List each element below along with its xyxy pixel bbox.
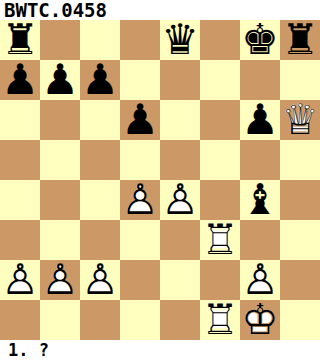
piece-outline: ♙ — [240, 260, 280, 300]
square-c1[interactable] — [80, 300, 120, 340]
square-b5[interactable] — [40, 140, 80, 180]
square-c2[interactable]: ♟♙ — [80, 260, 120, 300]
black-rook-piece: ♜ — [280, 20, 320, 60]
square-e8[interactable]: ♛ — [160, 20, 200, 60]
square-h3[interactable] — [280, 220, 320, 260]
square-a1[interactable] — [0, 300, 40, 340]
square-c7[interactable]: ♟ — [80, 60, 120, 100]
square-h1[interactable] — [280, 300, 320, 340]
white-pawn-piece: ♟♙ — [160, 180, 200, 220]
square-c8[interactable] — [80, 20, 120, 60]
white-king-piece: ♚♔ — [240, 300, 280, 340]
square-h2[interactable] — [280, 260, 320, 300]
square-b6[interactable] — [40, 100, 80, 140]
square-b8[interactable] — [40, 20, 80, 60]
square-c3[interactable] — [80, 220, 120, 260]
square-d2[interactable] — [120, 260, 160, 300]
square-d8[interactable] — [120, 20, 160, 60]
square-b2[interactable]: ♟♙ — [40, 260, 80, 300]
square-d7[interactable] — [120, 60, 160, 100]
white-pawn-piece: ♟♙ — [80, 260, 120, 300]
black-pawn-piece: ♟ — [0, 60, 40, 100]
square-d3[interactable] — [120, 220, 160, 260]
piece-outline: ♕ — [280, 100, 320, 140]
square-g3[interactable] — [240, 220, 280, 260]
white-rook-piece: ♜♖ — [200, 300, 240, 340]
square-f6[interactable] — [200, 100, 240, 140]
piece-outline: ♙ — [0, 260, 40, 300]
white-pawn-piece: ♟♙ — [240, 260, 280, 300]
white-queen-piece: ♛♕ — [280, 100, 320, 140]
square-f3[interactable]: ♜♖ — [200, 220, 240, 260]
square-a8[interactable]: ♜ — [0, 20, 40, 60]
square-a7[interactable]: ♟ — [0, 60, 40, 100]
square-a5[interactable] — [0, 140, 40, 180]
square-g5[interactable] — [240, 140, 280, 180]
square-b3[interactable] — [40, 220, 80, 260]
square-g6[interactable]: ♟ — [240, 100, 280, 140]
square-a6[interactable] — [0, 100, 40, 140]
square-g7[interactable] — [240, 60, 280, 100]
black-pawn-piece: ♟ — [120, 100, 160, 140]
square-g1[interactable]: ♚♔ — [240, 300, 280, 340]
square-d4[interactable]: ♟♙ — [120, 180, 160, 220]
white-rook-piece: ♜♖ — [200, 220, 240, 260]
piece-outline: ♙ — [120, 180, 160, 220]
square-f2[interactable] — [200, 260, 240, 300]
square-h5[interactable] — [280, 140, 320, 180]
piece-outline: ♙ — [160, 180, 200, 220]
square-b7[interactable]: ♟ — [40, 60, 80, 100]
black-pawn-piece: ♟ — [240, 100, 280, 140]
square-h8[interactable]: ♜ — [280, 20, 320, 60]
square-f8[interactable] — [200, 20, 240, 60]
square-c5[interactable] — [80, 140, 120, 180]
square-e1[interactable] — [160, 300, 200, 340]
black-queen-piece: ♛ — [160, 20, 200, 60]
square-e7[interactable] — [160, 60, 200, 100]
square-f4[interactable] — [200, 180, 240, 220]
square-f5[interactable] — [200, 140, 240, 180]
square-c4[interactable] — [80, 180, 120, 220]
black-king-piece: ♚ — [240, 20, 280, 60]
square-a4[interactable] — [0, 180, 40, 220]
square-a3[interactable] — [0, 220, 40, 260]
piece-outline: ♙ — [40, 260, 80, 300]
square-e2[interactable] — [160, 260, 200, 300]
square-h6[interactable]: ♛♕ — [280, 100, 320, 140]
piece-outline: ♙ — [80, 260, 120, 300]
square-a2[interactable]: ♟♙ — [0, 260, 40, 300]
square-g8[interactable]: ♚ — [240, 20, 280, 60]
square-h4[interactable] — [280, 180, 320, 220]
square-c6[interactable] — [80, 100, 120, 140]
black-pawn-piece: ♟ — [40, 60, 80, 100]
square-b1[interactable] — [40, 300, 80, 340]
black-rook-piece: ♜ — [0, 20, 40, 60]
square-h7[interactable] — [280, 60, 320, 100]
white-pawn-piece: ♟♙ — [120, 180, 160, 220]
square-e4[interactable]: ♟♙ — [160, 180, 200, 220]
square-g2[interactable]: ♟♙ — [240, 260, 280, 300]
piece-outline: ♖ — [200, 220, 240, 260]
black-bishop-piece: ♝ — [240, 180, 280, 220]
black-pawn-piece: ♟ — [80, 60, 120, 100]
square-g4[interactable]: ♝ — [240, 180, 280, 220]
square-e3[interactable] — [160, 220, 200, 260]
square-f1[interactable]: ♜♖ — [200, 300, 240, 340]
chess-board: ♜♛♚♜♟♟♟♟♟♛♕♟♙♟♙♝♜♖♟♙♟♙♟♙♟♙♜♖♚♔ — [0, 20, 320, 340]
square-d6[interactable]: ♟ — [120, 100, 160, 140]
square-e5[interactable] — [160, 140, 200, 180]
square-b4[interactable] — [40, 180, 80, 220]
white-pawn-piece: ♟♙ — [40, 260, 80, 300]
square-e6[interactable] — [160, 100, 200, 140]
square-f7[interactable] — [200, 60, 240, 100]
square-d5[interactable] — [120, 140, 160, 180]
chess-puzzle-window: BWTC.0458 ♜♛♚♜♟♟♟♟♟♛♕♟♙♟♙♝♜♖♟♙♟♙♟♙♟♙♜♖♚♔… — [0, 0, 320, 360]
white-pawn-piece: ♟♙ — [0, 260, 40, 300]
piece-outline: ♔ — [240, 300, 280, 340]
piece-outline: ♖ — [200, 300, 240, 340]
square-d1[interactable] — [120, 300, 160, 340]
